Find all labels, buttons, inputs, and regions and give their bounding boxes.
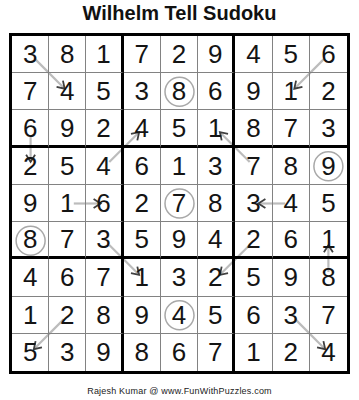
cell-r7c5: 3 bbox=[161, 259, 198, 296]
cell-r7c9: 8 bbox=[310, 259, 347, 296]
cell-r8c9: 7 bbox=[310, 297, 347, 334]
cell-r1c4: 7 bbox=[124, 36, 161, 73]
cell-r8c2: 2 bbox=[49, 297, 86, 334]
cell-r1c5: 2 bbox=[161, 36, 198, 73]
cell-r3c9: 3 bbox=[310, 110, 347, 147]
cell-r4c5: 1 bbox=[161, 148, 198, 185]
cell-r2c8: 1 bbox=[273, 73, 310, 110]
cell-r2c9: 2 bbox=[310, 73, 347, 110]
cell-r1c2: 8 bbox=[49, 36, 86, 73]
cell-r5c3: 6 bbox=[86, 185, 123, 222]
cell-r3c8: 7 bbox=[273, 110, 310, 147]
cell-r9c9: 4 bbox=[310, 334, 347, 371]
cell-r1c6: 9 bbox=[198, 36, 235, 73]
cell-r4c9: 9 bbox=[310, 148, 347, 185]
cell-r6c9: 1 bbox=[310, 222, 347, 259]
puzzle-page: Wilhelm Tell Sudoku 38172945674538691269… bbox=[0, 0, 359, 400]
cell-r3c5: 5 bbox=[161, 110, 198, 147]
cell-r7c8: 9 bbox=[273, 259, 310, 296]
sudoku-board: 3817294567453869126924518732546137899162… bbox=[9, 33, 350, 374]
cell-r4c2: 5 bbox=[49, 148, 86, 185]
cell-r6c6: 4 bbox=[198, 222, 235, 259]
cell-r5c6: 8 bbox=[198, 185, 235, 222]
cell-r7c3: 7 bbox=[86, 259, 123, 296]
cell-r3c2: 9 bbox=[49, 110, 86, 147]
cell-r8c8: 3 bbox=[273, 297, 310, 334]
cell-r6c4: 5 bbox=[124, 222, 161, 259]
cell-r6c3: 3 bbox=[86, 222, 123, 259]
cell-r9c3: 9 bbox=[86, 334, 123, 371]
cell-r1c9: 6 bbox=[310, 36, 347, 73]
cell-r1c3: 1 bbox=[86, 36, 123, 73]
cell-r3c1: 6 bbox=[12, 110, 49, 147]
cell-r9c8: 2 bbox=[273, 334, 310, 371]
credit-text: Rajesh Kumar @ www.FunWithPuzzles.com bbox=[0, 386, 359, 396]
cell-r8c3: 8 bbox=[86, 297, 123, 334]
cell-r2c5: 8 bbox=[161, 73, 198, 110]
cell-r7c1: 4 bbox=[12, 259, 49, 296]
cell-r2c7: 9 bbox=[235, 73, 272, 110]
cell-r4c8: 8 bbox=[273, 148, 310, 185]
cell-r6c7: 2 bbox=[235, 222, 272, 259]
cell-r4c1: 2 bbox=[12, 148, 49, 185]
cell-r9c6: 7 bbox=[198, 334, 235, 371]
cell-r4c7: 7 bbox=[235, 148, 272, 185]
cell-r8c6: 5 bbox=[198, 297, 235, 334]
cell-r5c8: 4 bbox=[273, 185, 310, 222]
cell-r9c5: 6 bbox=[161, 334, 198, 371]
cell-r2c4: 3 bbox=[124, 73, 161, 110]
cell-r5c7: 3 bbox=[235, 185, 272, 222]
cell-r4c6: 3 bbox=[198, 148, 235, 185]
cell-r2c6: 6 bbox=[198, 73, 235, 110]
cell-r1c8: 5 bbox=[273, 36, 310, 73]
cell-r9c4: 8 bbox=[124, 334, 161, 371]
cell-r2c2: 4 bbox=[49, 73, 86, 110]
cell-r6c5: 9 bbox=[161, 222, 198, 259]
cell-r4c3: 4 bbox=[86, 148, 123, 185]
cell-r1c7: 4 bbox=[235, 36, 272, 73]
cell-r2c1: 7 bbox=[12, 73, 49, 110]
cell-r8c4: 9 bbox=[124, 297, 161, 334]
cell-r7c7: 5 bbox=[235, 259, 272, 296]
cell-r3c3: 2 bbox=[86, 110, 123, 147]
cell-r9c7: 1 bbox=[235, 334, 272, 371]
cell-r5c1: 9 bbox=[12, 185, 49, 222]
cell-r7c6: 2 bbox=[198, 259, 235, 296]
cell-r1c1: 3 bbox=[12, 36, 49, 73]
puzzle-title: Wilhelm Tell Sudoku bbox=[0, 2, 359, 25]
cell-r6c8: 6 bbox=[273, 222, 310, 259]
cell-r3c7: 8 bbox=[235, 110, 272, 147]
cell-r8c5: 4 bbox=[161, 297, 198, 334]
cell-r3c6: 1 bbox=[198, 110, 235, 147]
cell-r5c4: 2 bbox=[124, 185, 161, 222]
cell-r4c4: 6 bbox=[124, 148, 161, 185]
cell-r9c1: 5 bbox=[12, 334, 49, 371]
cell-r7c2: 6 bbox=[49, 259, 86, 296]
cell-r6c1: 8 bbox=[12, 222, 49, 259]
cell-r2c3: 5 bbox=[86, 73, 123, 110]
cell-r8c1: 1 bbox=[12, 297, 49, 334]
cell-r9c2: 3 bbox=[49, 334, 86, 371]
cell-r6c2: 7 bbox=[49, 222, 86, 259]
cell-r5c9: 5 bbox=[310, 185, 347, 222]
sudoku-grid: 3817294567453869126924518732546137899162… bbox=[12, 36, 347, 371]
cell-r5c2: 1 bbox=[49, 185, 86, 222]
cell-r3c4: 4 bbox=[124, 110, 161, 147]
cell-r7c4: 1 bbox=[124, 259, 161, 296]
cell-r8c7: 6 bbox=[235, 297, 272, 334]
cell-r5c5: 7 bbox=[161, 185, 198, 222]
